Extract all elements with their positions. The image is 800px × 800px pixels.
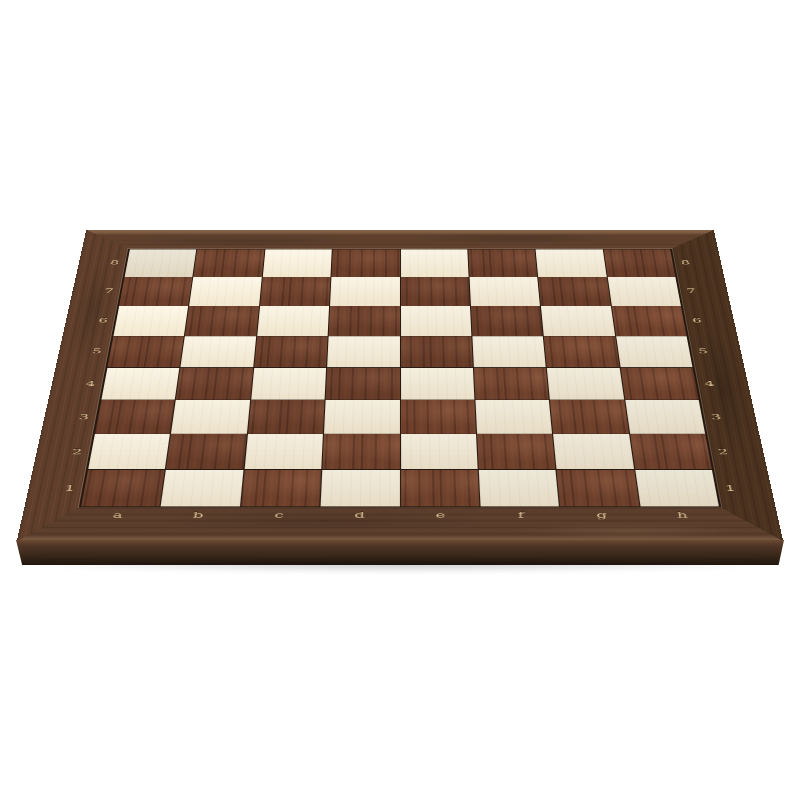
square-b3: [171, 400, 250, 434]
square-f6: [471, 306, 543, 336]
square-e7: [400, 277, 469, 305]
square-d7: [330, 277, 399, 305]
square-g5: [544, 336, 619, 367]
square-e1: [401, 470, 480, 507]
square-d5: [327, 336, 399, 367]
square-f7: [469, 277, 540, 305]
square-a6: [113, 306, 188, 336]
square-h7: [607, 277, 680, 305]
square-b5: [181, 336, 256, 367]
square-h4: [620, 368, 698, 400]
square-d8: [332, 249, 400, 276]
square-f5: [472, 336, 546, 367]
square-a1: [81, 470, 165, 507]
square-d1: [321, 470, 400, 507]
square-d3: [324, 400, 399, 434]
square-h2: [630, 434, 712, 469]
square-f2: [477, 434, 556, 469]
square-a3: [95, 400, 175, 434]
square-h6: [612, 306, 687, 336]
square-b1: [161, 470, 243, 507]
board-shadow: [26, 561, 774, 573]
square-g3: [550, 400, 629, 434]
chess-board: 87654321 87654321 abcdefgh: [17, 230, 783, 541]
square-f8: [468, 249, 537, 276]
square-c5: [254, 336, 328, 367]
square-g2: [553, 434, 633, 469]
square-e2: [401, 434, 478, 469]
square-e3: [401, 400, 476, 434]
square-h8: [603, 249, 675, 276]
squares-grid: [79, 249, 721, 508]
square-g7: [538, 277, 610, 305]
square-c4: [251, 368, 326, 400]
square-c2: [244, 434, 323, 469]
square-h1: [635, 470, 719, 507]
square-a8: [125, 249, 197, 276]
square-d6: [329, 306, 400, 336]
square-b2: [166, 434, 246, 469]
square-d2: [322, 434, 399, 469]
product-photo-background: 87654321 87654321 abcdefgh: [0, 0, 800, 800]
square-d4: [326, 368, 400, 400]
square-c6: [257, 306, 329, 336]
square-f1: [479, 470, 560, 507]
square-f3: [475, 400, 552, 434]
square-f4: [474, 368, 549, 400]
square-g8: [536, 249, 607, 276]
square-e4: [400, 368, 474, 400]
square-g1: [557, 470, 639, 507]
board-frame-top: [82, 230, 718, 249]
square-g6: [541, 306, 615, 336]
square-c8: [263, 249, 332, 276]
square-e6: [400, 306, 471, 336]
square-a2: [88, 434, 170, 469]
square-h5: [616, 336, 693, 367]
square-b4: [176, 368, 253, 400]
square-h3: [625, 400, 705, 434]
square-a7: [119, 277, 192, 305]
board-frame-bottom: [17, 508, 783, 541]
square-a4: [101, 368, 179, 400]
square-c1: [241, 470, 322, 507]
square-a5: [108, 336, 185, 367]
square-c7: [260, 277, 331, 305]
square-b8: [194, 249, 265, 276]
square-g4: [547, 368, 624, 400]
square-b7: [190, 277, 262, 305]
square-e8: [400, 249, 468, 276]
square-b6: [185, 306, 259, 336]
square-e5: [400, 336, 472, 367]
square-c3: [248, 400, 325, 434]
